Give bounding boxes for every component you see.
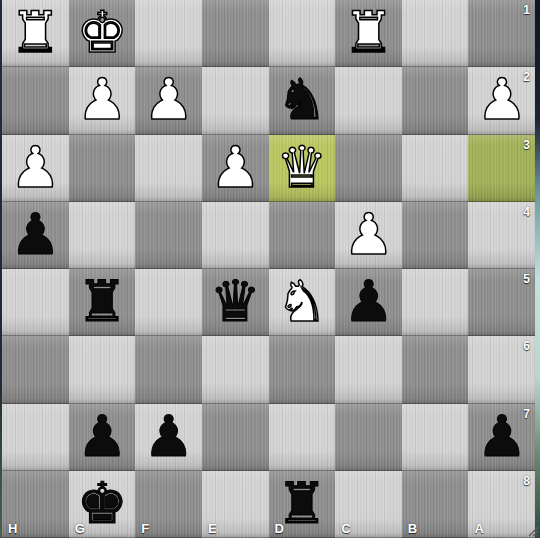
square-g2[interactable]: ♟ <box>69 67 136 134</box>
black-queen[interactable]: ♛ <box>210 273 261 330</box>
square-g3[interactable] <box>69 135 136 202</box>
square-h1[interactable]: ♜ <box>2 0 69 67</box>
rank-label-8: 8 <box>523 474 530 488</box>
black-pawn[interactable]: ♟ <box>476 408 527 465</box>
square-e3[interactable]: ♟ <box>202 135 269 202</box>
black-rook[interactable]: ♜ <box>76 273 127 330</box>
square-f2[interactable]: ♟ <box>135 67 202 134</box>
white-pawn[interactable]: ♟ <box>76 71 127 128</box>
white-knight[interactable]: ♞ <box>276 273 327 330</box>
square-d5[interactable]: ♞ <box>269 269 336 336</box>
white-pawn[interactable]: ♟ <box>210 139 261 196</box>
square-e1[interactable] <box>202 0 269 67</box>
square-d8[interactable]: ♜D <box>269 471 336 538</box>
square-h3[interactable]: ♟ <box>2 135 69 202</box>
rank-label-5: 5 <box>523 272 530 286</box>
white-king[interactable]: ♚ <box>76 4 127 61</box>
chess-board[interactable]: ♜♚♜1♟♟♞♟2♟♟♛3♟♟4♜♛♞♟56♟♟♟7H♚GFE♜DCB8A <box>2 0 535 538</box>
square-b6[interactable] <box>402 336 469 403</box>
square-a5[interactable]: 5 <box>468 269 535 336</box>
square-a1[interactable]: 1 <box>468 0 535 67</box>
file-label-A: A <box>474 521 483 536</box>
square-h8[interactable]: H <box>2 471 69 538</box>
square-g6[interactable] <box>69 336 136 403</box>
square-d2[interactable]: ♞ <box>269 67 336 134</box>
square-e7[interactable] <box>202 404 269 471</box>
square-e2[interactable] <box>202 67 269 134</box>
square-b8[interactable]: B <box>402 471 469 538</box>
square-h5[interactable] <box>2 269 69 336</box>
white-pawn[interactable]: ♟ <box>10 139 61 196</box>
file-label-B: B <box>408 521 417 536</box>
resize-handle-icon[interactable] <box>525 523 539 537</box>
square-c6[interactable] <box>335 336 402 403</box>
white-rook[interactable]: ♜ <box>343 4 394 61</box>
white-rook[interactable]: ♜ <box>10 4 61 61</box>
rank-label-6: 6 <box>523 339 530 353</box>
rank-label-1: 1 <box>523 3 530 17</box>
square-b3[interactable] <box>402 135 469 202</box>
file-label-E: E <box>208 521 217 536</box>
square-b7[interactable] <box>402 404 469 471</box>
square-a3[interactable]: 3 <box>468 135 535 202</box>
white-pawn[interactable]: ♟ <box>476 71 527 128</box>
square-c4[interactable]: ♟ <box>335 202 402 269</box>
file-label-H: H <box>8 521 17 536</box>
white-queen[interactable]: ♛ <box>276 139 327 196</box>
square-g7[interactable]: ♟ <box>69 404 136 471</box>
square-a6[interactable]: 6 <box>468 336 535 403</box>
rank-label-3: 3 <box>523 138 530 152</box>
square-g4[interactable] <box>69 202 136 269</box>
white-pawn[interactable]: ♟ <box>143 71 194 128</box>
square-c8[interactable]: C <box>335 471 402 538</box>
square-g8[interactable]: ♚G <box>69 471 136 538</box>
square-c7[interactable] <box>335 404 402 471</box>
file-label-F: F <box>141 521 149 536</box>
rank-label-4: 4 <box>523 205 530 219</box>
square-f7[interactable]: ♟ <box>135 404 202 471</box>
white-pawn[interactable]: ♟ <box>343 206 394 263</box>
square-c3[interactable] <box>335 135 402 202</box>
square-b2[interactable] <box>402 67 469 134</box>
square-f5[interactable] <box>135 269 202 336</box>
square-g5[interactable]: ♜ <box>69 269 136 336</box>
square-f6[interactable] <box>135 336 202 403</box>
square-h4[interactable]: ♟ <box>2 202 69 269</box>
black-pawn[interactable]: ♟ <box>76 408 127 465</box>
square-c5[interactable]: ♟ <box>335 269 402 336</box>
square-c1[interactable]: ♜ <box>335 0 402 67</box>
square-d3[interactable]: ♛ <box>269 135 336 202</box>
square-a4[interactable]: 4 <box>468 202 535 269</box>
square-f3[interactable] <box>135 135 202 202</box>
black-pawn[interactable]: ♟ <box>10 206 61 263</box>
square-e6[interactable] <box>202 336 269 403</box>
square-e4[interactable] <box>202 202 269 269</box>
square-h6[interactable] <box>2 336 69 403</box>
square-c2[interactable] <box>335 67 402 134</box>
file-label-C: C <box>341 521 350 536</box>
black-knight[interactable]: ♞ <box>276 71 327 128</box>
black-rook[interactable]: ♜ <box>276 475 327 532</box>
square-d4[interactable] <box>269 202 336 269</box>
square-g1[interactable]: ♚ <box>69 0 136 67</box>
square-f4[interactable] <box>135 202 202 269</box>
page: { "game": "chess", "position": { "fen": … <box>0 0 540 538</box>
square-d7[interactable] <box>269 404 336 471</box>
square-b5[interactable] <box>402 269 469 336</box>
square-e5[interactable]: ♛ <box>202 269 269 336</box>
black-king[interactable]: ♚ <box>76 475 127 532</box>
square-f8[interactable]: F <box>135 471 202 538</box>
square-f1[interactable] <box>135 0 202 67</box>
black-pawn[interactable]: ♟ <box>143 408 194 465</box>
square-b1[interactable] <box>402 0 469 67</box>
square-b4[interactable] <box>402 202 469 269</box>
square-h7[interactable] <box>2 404 69 471</box>
square-d6[interactable] <box>269 336 336 403</box>
background-right-edge <box>535 0 540 538</box>
square-h2[interactable] <box>2 67 69 134</box>
black-pawn[interactable]: ♟ <box>343 273 394 330</box>
square-a2[interactable]: ♟2 <box>468 67 535 134</box>
square-a7[interactable]: ♟7 <box>468 404 535 471</box>
square-e8[interactable]: E <box>202 471 269 538</box>
square-d1[interactable] <box>269 0 336 67</box>
